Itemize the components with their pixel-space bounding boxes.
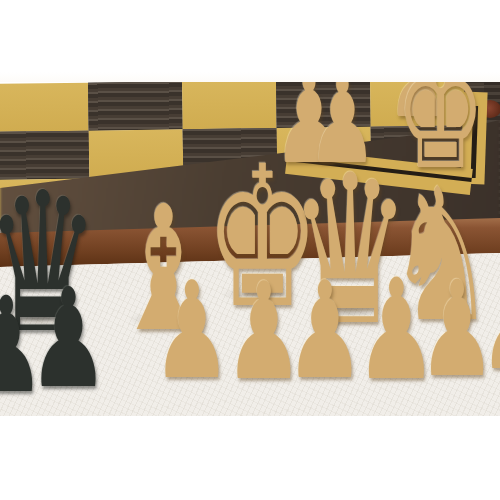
overexposed-bottom-strip [0, 416, 500, 500]
chess-photo-scene: ♟♟♟♚♛♟♟♝♚♛♞♟♟♟♟♟♟ [0, 0, 500, 500]
board-square [182, 80, 277, 129]
white-pawn-6[interactable]: ♟ [474, 259, 500, 388]
board-square [0, 83, 89, 132]
board-square [88, 81, 183, 130]
overexposed-background [0, 0, 500, 82]
black-pawn-2[interactable]: ♟ [23, 270, 113, 407]
